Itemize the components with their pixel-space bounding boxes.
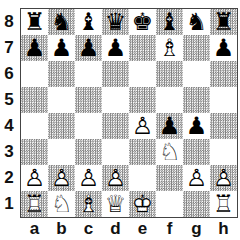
file-label: h — [210, 219, 237, 239]
white-pawn-a2: ♟♙ — [24, 165, 46, 191]
square-b4[interactable] — [48, 113, 75, 139]
square-a5[interactable] — [21, 87, 48, 113]
square-e2[interactable] — [129, 165, 156, 191]
square-a1[interactable]: ♜♖ — [21, 191, 48, 217]
square-g1[interactable] — [183, 191, 210, 217]
white-pawn-e4: ♟♙ — [132, 113, 154, 139]
square-g7[interactable] — [183, 35, 210, 61]
square-h2[interactable]: ♟♙ — [210, 165, 237, 191]
rank-label: 7 — [0, 35, 18, 61]
square-a7[interactable]: ♟ — [21, 35, 48, 61]
black-bishop-f8: ♝ — [159, 9, 181, 35]
white-piece-outline: ♙ — [24, 165, 46, 191]
black-pawn-g4: ♟ — [186, 113, 208, 139]
square-g2[interactable]: ♟♙ — [183, 165, 210, 191]
white-bishop-c1: ♝♗ — [78, 191, 100, 217]
square-b8[interactable]: ♞ — [48, 9, 75, 35]
black-pawn-f4: ♟ — [159, 113, 181, 139]
square-a8[interactable]: ♜ — [21, 9, 48, 35]
black-pawn-h7: ♟ — [213, 35, 235, 61]
white-pawn-c2: ♟♙ — [78, 165, 100, 191]
square-d3[interactable] — [102, 139, 129, 165]
rank-label: 6 — [0, 61, 18, 87]
black-queen-d8: ♛ — [105, 9, 127, 35]
square-g4[interactable]: ♟ — [183, 113, 210, 139]
square-f5[interactable] — [156, 87, 183, 113]
square-d6[interactable] — [102, 61, 129, 87]
square-h4[interactable] — [210, 113, 237, 139]
square-f8[interactable]: ♝ — [156, 9, 183, 35]
white-piece-outline: ♕ — [105, 191, 127, 217]
square-b1[interactable]: ♞♘ — [48, 191, 75, 217]
square-e3[interactable] — [129, 139, 156, 165]
white-rook-h1: ♜♖ — [213, 191, 235, 217]
white-queen-d1: ♛♕ — [105, 191, 127, 217]
white-piece-outline: ♙ — [186, 165, 208, 191]
square-c3[interactable] — [75, 139, 102, 165]
square-d2[interactable]: ♟♙ — [102, 165, 129, 191]
chess-diagram: 87654321 ♜♞♝♛♚♝♞♜♟♟♟♟♝♗♟♟♙♟♟♞♘♟♙♟♙♟♙♟♙♟♙… — [0, 0, 240, 240]
rank-label: 2 — [0, 165, 18, 191]
file-labels: abcdefgh — [21, 219, 237, 239]
black-rook-a8: ♜ — [24, 9, 46, 35]
white-knight-b1: ♞♘ — [51, 191, 73, 217]
white-piece-outline: ♙ — [105, 165, 127, 191]
square-d5[interactable] — [102, 87, 129, 113]
chess-board: ♜♞♝♛♚♝♞♜♟♟♟♟♝♗♟♟♙♟♟♞♘♟♙♟♙♟♙♟♙♟♙♟♙♜♖♞♘♝♗♛… — [20, 8, 238, 218]
square-b6[interactable] — [48, 61, 75, 87]
file-label: g — [183, 219, 210, 239]
white-piece-outline: ♙ — [51, 165, 73, 191]
black-bishop-c8: ♝ — [78, 9, 100, 35]
file-label: c — [75, 219, 102, 239]
rank-labels: 87654321 — [0, 9, 18, 217]
square-g8[interactable]: ♞ — [183, 9, 210, 35]
square-e1[interactable]: ♚♔ — [129, 191, 156, 217]
square-h5[interactable] — [210, 87, 237, 113]
square-f7[interactable]: ♝♗ — [156, 35, 183, 61]
square-c6[interactable] — [75, 61, 102, 87]
black-rook-h8: ♜ — [213, 9, 235, 35]
square-c7[interactable]: ♟ — [75, 35, 102, 61]
white-piece-outline: ♙ — [78, 165, 100, 191]
white-piece-outline: ♙ — [213, 165, 235, 191]
black-knight-g8: ♞ — [186, 9, 208, 35]
square-e6[interactable] — [129, 61, 156, 87]
square-h1[interactable]: ♜♖ — [210, 191, 237, 217]
square-c2[interactable]: ♟♙ — [75, 165, 102, 191]
black-pawn-a7: ♟ — [24, 35, 46, 61]
square-b2[interactable]: ♟♙ — [48, 165, 75, 191]
square-c5[interactable] — [75, 87, 102, 113]
white-piece-outline: ♔ — [132, 191, 154, 217]
file-label: e — [129, 219, 156, 239]
square-c1[interactable]: ♝♗ — [75, 191, 102, 217]
square-c8[interactable]: ♝ — [75, 9, 102, 35]
black-pawn-c7: ♟ — [78, 35, 100, 61]
file-label: a — [21, 219, 48, 239]
square-a2[interactable]: ♟♙ — [21, 165, 48, 191]
square-h8[interactable]: ♜ — [210, 9, 237, 35]
square-a6[interactable] — [21, 61, 48, 87]
square-b3[interactable] — [48, 139, 75, 165]
rank-label: 1 — [0, 191, 18, 217]
white-king-e1: ♚♔ — [132, 191, 154, 217]
white-piece-outline: ♖ — [24, 191, 46, 217]
white-pawn-b2: ♟♙ — [51, 165, 73, 191]
square-f6[interactable] — [156, 61, 183, 87]
square-d1[interactable]: ♛♕ — [102, 191, 129, 217]
rank-label: 3 — [0, 139, 18, 165]
square-e8[interactable]: ♚ — [129, 9, 156, 35]
square-d7[interactable]: ♟ — [102, 35, 129, 61]
square-a3[interactable] — [21, 139, 48, 165]
square-e7[interactable] — [129, 35, 156, 61]
white-rook-a1: ♜♖ — [24, 191, 46, 217]
white-pawn-h2: ♟♙ — [213, 165, 235, 191]
white-pawn-d2: ♟♙ — [105, 165, 127, 191]
white-piece-outline: ♗ — [159, 35, 181, 61]
square-b7[interactable]: ♟ — [48, 35, 75, 61]
rank-label: 8 — [0, 9, 18, 35]
square-f1[interactable] — [156, 191, 183, 217]
square-e4[interactable]: ♟♙ — [129, 113, 156, 139]
square-e5[interactable] — [129, 87, 156, 113]
square-d4[interactable] — [102, 113, 129, 139]
rank-label: 5 — [0, 87, 18, 113]
square-h6[interactable] — [210, 61, 237, 87]
white-bishop-f7: ♝♗ — [159, 35, 181, 61]
square-f4[interactable]: ♟ — [156, 113, 183, 139]
square-g3[interactable] — [183, 139, 210, 165]
black-pawn-b7: ♟ — [51, 35, 73, 61]
white-piece-outline: ♘ — [51, 191, 73, 217]
square-g6[interactable] — [183, 61, 210, 87]
white-piece-outline: ♙ — [132, 113, 154, 139]
square-c4[interactable] — [75, 113, 102, 139]
file-label: f — [156, 219, 183, 239]
square-a4[interactable] — [21, 113, 48, 139]
square-g5[interactable] — [183, 87, 210, 113]
rank-label: 4 — [0, 113, 18, 139]
file-label: b — [48, 219, 75, 239]
white-knight-f3: ♞♘ — [159, 139, 181, 165]
square-h7[interactable]: ♟ — [210, 35, 237, 61]
white-pawn-g2: ♟♙ — [186, 165, 208, 191]
black-king-e8: ♚ — [132, 9, 154, 35]
square-f2[interactable] — [156, 165, 183, 191]
white-piece-outline: ♗ — [78, 191, 100, 217]
white-piece-outline: ♖ — [213, 191, 235, 217]
file-label: d — [102, 219, 129, 239]
black-knight-b8: ♞ — [51, 9, 73, 35]
square-f3[interactable]: ♞♘ — [156, 139, 183, 165]
black-pawn-d7: ♟ — [105, 35, 127, 61]
square-d8[interactable]: ♛ — [102, 9, 129, 35]
square-b5[interactable] — [48, 87, 75, 113]
white-piece-outline: ♘ — [159, 139, 181, 165]
square-h3[interactable] — [210, 139, 237, 165]
